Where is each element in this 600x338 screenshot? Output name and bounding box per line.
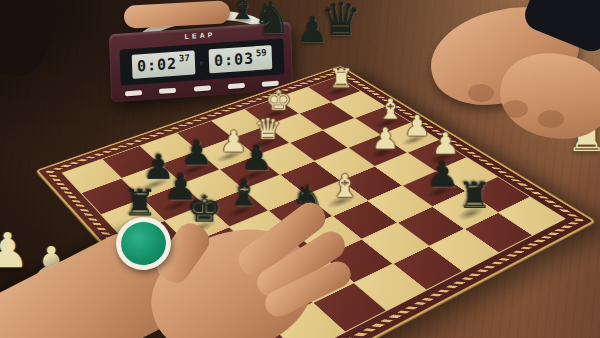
clock-right-time: 0:03 59 xyxy=(209,45,273,73)
piece-white-pawn: ♟ xyxy=(372,124,400,153)
clock-button xyxy=(159,88,176,94)
piece-white-bishop: ♝ xyxy=(330,171,360,202)
right-time-main: 0:03 xyxy=(214,49,255,70)
piece-white-bishop: ♝ xyxy=(378,96,405,124)
clock-button xyxy=(228,83,245,89)
captured-black-piece: ♛ xyxy=(320,0,361,42)
knuckle xyxy=(538,110,564,128)
piece-black-rook: ♜ xyxy=(123,185,158,221)
piece-black-king: ♚ xyxy=(187,190,222,227)
knuckle xyxy=(468,84,494,102)
knuckle xyxy=(502,100,528,118)
left-time-seconds: 37 xyxy=(179,53,190,64)
captured-white-piece: ♟ xyxy=(0,226,29,274)
move-indicator-icon: ▸ xyxy=(200,57,204,66)
green-felt-icon xyxy=(118,219,169,268)
photo-scene: LEAP 0:02 37 ▸ 0:03 59 ♝♞♟♛ ♚♜♟♟♟♛♜♟♟♝♚♝… xyxy=(0,0,600,338)
piece-black-pawn: ♟ xyxy=(426,157,460,192)
square: ♟ xyxy=(349,135,407,166)
piece-black-pawn: ♟ xyxy=(241,141,274,175)
captured-black-piece: ♞ xyxy=(252,0,291,40)
right-time-seconds: 59 xyxy=(256,47,267,58)
clock-button xyxy=(125,90,142,96)
piece-white-rook: ♜ xyxy=(329,66,354,92)
piece-black-rook: ♜ xyxy=(457,177,492,213)
piece-white-pawn: ♟ xyxy=(404,112,431,140)
left-time-main: 0:02 xyxy=(137,55,178,76)
clock-display: 0:02 37 ▸ 0:03 59 xyxy=(120,38,285,85)
clock-button xyxy=(193,85,210,91)
clock-left-time: 0:02 37 xyxy=(132,50,196,78)
piece-white-king: ♚ xyxy=(266,87,292,114)
piece-black-bishop: ♝ xyxy=(227,175,261,211)
piece-black-pawn: ♟ xyxy=(181,136,213,170)
